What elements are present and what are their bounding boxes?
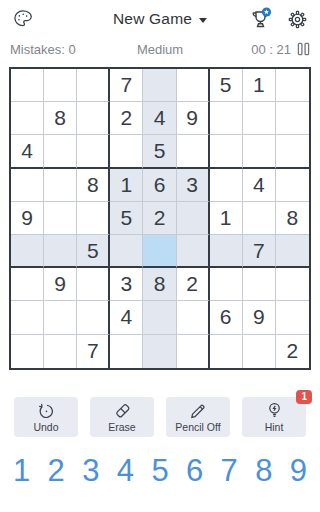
cell-r8c5[interactable] bbox=[143, 301, 176, 334]
cell-r6c9[interactable] bbox=[276, 235, 309, 268]
cell-r1c7[interactable]: 5 bbox=[210, 69, 243, 102]
cell-r5c6[interactable] bbox=[177, 202, 210, 235]
hint-icon bbox=[264, 400, 285, 421]
cell-r5c7[interactable]: 1 bbox=[210, 202, 243, 235]
cell-r8c3[interactable] bbox=[77, 301, 110, 334]
timer: 00 : 21 bbox=[251, 42, 291, 57]
cell-r4c8[interactable]: 4 bbox=[243, 169, 276, 202]
numkey-2[interactable]: 2 bbox=[48, 453, 65, 489]
cell-r9c9[interactable]: 2 bbox=[276, 335, 309, 368]
cell-r1c6[interactable] bbox=[177, 69, 210, 102]
cell-r1c1[interactable] bbox=[11, 69, 44, 102]
cell-r9c5[interactable] bbox=[143, 335, 176, 368]
cell-r2c8[interactable] bbox=[243, 102, 276, 135]
numkey-7[interactable]: 7 bbox=[221, 453, 238, 489]
numkey-3[interactable]: 3 bbox=[82, 453, 99, 489]
cell-r8c9[interactable] bbox=[276, 301, 309, 334]
cell-r6c2[interactable] bbox=[44, 235, 77, 268]
cell-r8c6[interactable] bbox=[177, 301, 210, 334]
cell-r3c6[interactable] bbox=[177, 135, 210, 168]
cell-r8c2[interactable] bbox=[44, 301, 77, 334]
cell-r2c9[interactable] bbox=[276, 102, 309, 135]
status-bar: Mistakes: 0 Medium 00 : 21 bbox=[0, 38, 320, 60]
settings-button[interactable] bbox=[287, 9, 308, 30]
cell-r5c3[interactable] bbox=[77, 202, 110, 235]
pencil-label: Pencil Off bbox=[175, 422, 220, 433]
cell-r7c9[interactable] bbox=[276, 268, 309, 301]
cell-r7c6[interactable]: 2 bbox=[177, 268, 210, 301]
hint-label: Hint bbox=[265, 422, 284, 433]
cell-r6c3[interactable]: 5 bbox=[77, 235, 110, 268]
numkey-8[interactable]: 8 bbox=[255, 453, 272, 489]
pause-icon bbox=[297, 42, 310, 56]
hint-badge: 1 bbox=[296, 390, 312, 404]
cell-r6c6[interactable] bbox=[177, 235, 210, 268]
eraser-icon bbox=[112, 400, 133, 421]
cell-r2c4[interactable]: 2 bbox=[110, 102, 143, 135]
cell-r4c3[interactable]: 8 bbox=[77, 169, 110, 202]
numkey-5[interactable]: 5 bbox=[151, 453, 168, 489]
cell-r3c2[interactable] bbox=[44, 135, 77, 168]
numkey-9[interactable]: 9 bbox=[290, 453, 307, 489]
cell-r5c5[interactable]: 2 bbox=[143, 202, 176, 235]
cell-r1c4[interactable]: 7 bbox=[110, 69, 143, 102]
cell-r7c4[interactable]: 3 bbox=[110, 268, 143, 301]
cell-r5c1[interactable]: 9 bbox=[11, 202, 44, 235]
cell-r7c7[interactable] bbox=[210, 268, 243, 301]
cell-r2c1[interactable] bbox=[11, 102, 44, 135]
cell-r2c6[interactable]: 9 bbox=[177, 102, 210, 135]
cell-r4c2[interactable] bbox=[44, 169, 77, 202]
number-pad: 123456789 bbox=[13, 453, 307, 489]
cell-r9c2[interactable] bbox=[44, 335, 77, 368]
sudoku-board: 751824945816349521857938246972 bbox=[9, 67, 311, 370]
cell-r2c7[interactable] bbox=[210, 102, 243, 135]
cell-r5c2[interactable] bbox=[44, 202, 77, 235]
cell-r5c8[interactable] bbox=[243, 202, 276, 235]
numkey-4[interactable]: 4 bbox=[117, 453, 134, 489]
pause-button[interactable] bbox=[297, 42, 310, 56]
undo-button[interactable]: Undo bbox=[14, 397, 78, 437]
cell-r4c4[interactable]: 1 bbox=[110, 169, 143, 202]
cell-r8c4[interactable]: 4 bbox=[110, 301, 143, 334]
cell-r9c8[interactable] bbox=[243, 335, 276, 368]
cell-r9c6[interactable] bbox=[177, 335, 210, 368]
chevron-down-icon bbox=[199, 18, 207, 23]
top-bar: New Game bbox=[0, 0, 320, 38]
cell-r6c5[interactable] bbox=[143, 235, 176, 268]
cell-r7c2[interactable]: 9 bbox=[44, 268, 77, 301]
gear-icon bbox=[287, 9, 308, 30]
cell-r8c1[interactable] bbox=[11, 301, 44, 334]
trophy-icon bbox=[248, 7, 274, 31]
cell-r8c8[interactable]: 9 bbox=[243, 301, 276, 334]
trophy-button[interactable] bbox=[248, 7, 274, 31]
erase-label: Erase bbox=[108, 422, 135, 433]
cell-r6c7[interactable] bbox=[210, 235, 243, 268]
cell-r3c4[interactable] bbox=[110, 135, 143, 168]
cell-r6c8[interactable]: 7 bbox=[243, 235, 276, 268]
cell-r8c7[interactable]: 6 bbox=[210, 301, 243, 334]
cell-r3c3[interactable] bbox=[77, 135, 110, 168]
numkey-6[interactable]: 6 bbox=[186, 453, 203, 489]
cell-r4c9[interactable] bbox=[276, 169, 309, 202]
cell-r2c2[interactable]: 8 bbox=[44, 102, 77, 135]
cell-r1c5[interactable] bbox=[143, 69, 176, 102]
cell-r1c2[interactable] bbox=[44, 69, 77, 102]
cell-r1c3[interactable] bbox=[77, 69, 110, 102]
cell-r7c1[interactable] bbox=[11, 268, 44, 301]
cell-r7c3[interactable] bbox=[77, 268, 110, 301]
cell-r2c5[interactable]: 4 bbox=[143, 102, 176, 135]
cell-r1c9[interactable] bbox=[276, 69, 309, 102]
cell-r5c9[interactable]: 8 bbox=[276, 202, 309, 235]
cell-r9c4[interactable] bbox=[110, 335, 143, 368]
undo-label: Undo bbox=[33, 422, 58, 433]
cell-r6c1[interactable] bbox=[11, 235, 44, 268]
cell-r3c7[interactable] bbox=[210, 135, 243, 168]
cell-r9c1[interactable] bbox=[11, 335, 44, 368]
cell-r6c4[interactable] bbox=[110, 235, 143, 268]
pencil-toggle-button[interactable]: Pencil Off bbox=[166, 397, 230, 437]
cell-r2c3[interactable] bbox=[77, 102, 110, 135]
cell-r3c8[interactable] bbox=[243, 135, 276, 168]
cell-r1c8[interactable]: 1 bbox=[243, 69, 276, 102]
pencil-icon bbox=[188, 400, 209, 421]
cell-r4c5[interactable]: 6 bbox=[143, 169, 176, 202]
cell-r3c1[interactable]: 4 bbox=[11, 135, 44, 168]
cell-r5c4[interactable]: 5 bbox=[110, 202, 143, 235]
cell-r3c5[interactable]: 5 bbox=[143, 135, 176, 168]
cell-r9c7[interactable] bbox=[210, 335, 243, 368]
undo-icon bbox=[36, 400, 57, 421]
cell-r7c8[interactable] bbox=[243, 268, 276, 301]
action-toolbar: Undo Erase Pencil Off 1 bbox=[14, 397, 306, 437]
cell-r9c3[interactable]: 7 bbox=[77, 335, 110, 368]
numkey-1[interactable]: 1 bbox=[13, 453, 30, 489]
cell-r4c1[interactable] bbox=[11, 169, 44, 202]
cell-r4c6[interactable]: 3 bbox=[177, 169, 210, 202]
cell-r7c5[interactable]: 8 bbox=[143, 268, 176, 301]
cell-r3c9[interactable] bbox=[276, 135, 309, 168]
hint-button[interactable]: 1 Hint bbox=[242, 397, 306, 437]
page-title: New Game bbox=[113, 10, 192, 28]
erase-button[interactable]: Erase bbox=[90, 397, 154, 437]
cell-r4c7[interactable] bbox=[210, 169, 243, 202]
